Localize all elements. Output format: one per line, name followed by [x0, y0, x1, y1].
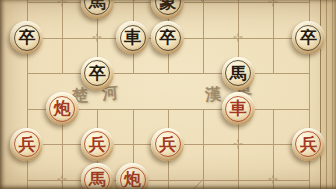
piece-black-soldier[interactable]: 卒: [292, 21, 325, 54]
piece-glyph: 兵: [18, 136, 35, 153]
piece-red-soldier[interactable]: 兵: [292, 128, 325, 161]
piece-black-horse[interactable]: 馬: [222, 57, 255, 90]
piece-red-cannon[interactable]: 炮: [46, 92, 79, 125]
piece-glyph: 車: [230, 100, 247, 117]
piece-glyph: 兵: [89, 136, 106, 153]
piece-red-cannon[interactable]: 炮: [116, 163, 149, 189]
piece-glyph: 車: [124, 29, 141, 46]
piece-red-soldier[interactable]: 兵: [151, 128, 184, 161]
piece-red-horse[interactable]: 馬: [81, 163, 114, 189]
piece-glyph: 卒: [89, 65, 106, 82]
piece-black-horse[interactable]: 馬: [81, 0, 114, 19]
xiangqi-board[interactable]: 楚河 漢界 馬象卒車卒卒卒馬炮車兵兵兵兵馬炮: [0, 0, 336, 189]
piece-glyph: 卒: [18, 29, 35, 46]
piece-red-chariot[interactable]: 車: [222, 92, 255, 125]
piece-layer: 馬象卒車卒卒卒馬炮車兵兵兵兵馬炮: [9, 0, 326, 189]
piece-glyph: 卒: [300, 29, 317, 46]
piece-red-soldier[interactable]: 兵: [10, 128, 43, 161]
piece-glyph: 兵: [159, 136, 176, 153]
piece-glyph: 卒: [159, 29, 176, 46]
piece-glyph: 馬: [89, 0, 106, 11]
piece-red-soldier[interactable]: 兵: [81, 128, 114, 161]
piece-glyph: 炮: [124, 171, 141, 188]
piece-glyph: 馬: [230, 65, 247, 82]
piece-glyph: 兵: [300, 136, 317, 153]
piece-glyph: 象: [159, 0, 176, 11]
piece-black-soldier[interactable]: 卒: [10, 21, 43, 54]
piece-black-elephant[interactable]: 象: [151, 0, 184, 19]
piece-black-soldier[interactable]: 卒: [81, 57, 114, 90]
piece-glyph: 炮: [54, 100, 71, 117]
piece-black-soldier[interactable]: 卒: [151, 21, 184, 54]
piece-black-chariot[interactable]: 車: [116, 21, 149, 54]
piece-glyph: 馬: [89, 171, 106, 188]
